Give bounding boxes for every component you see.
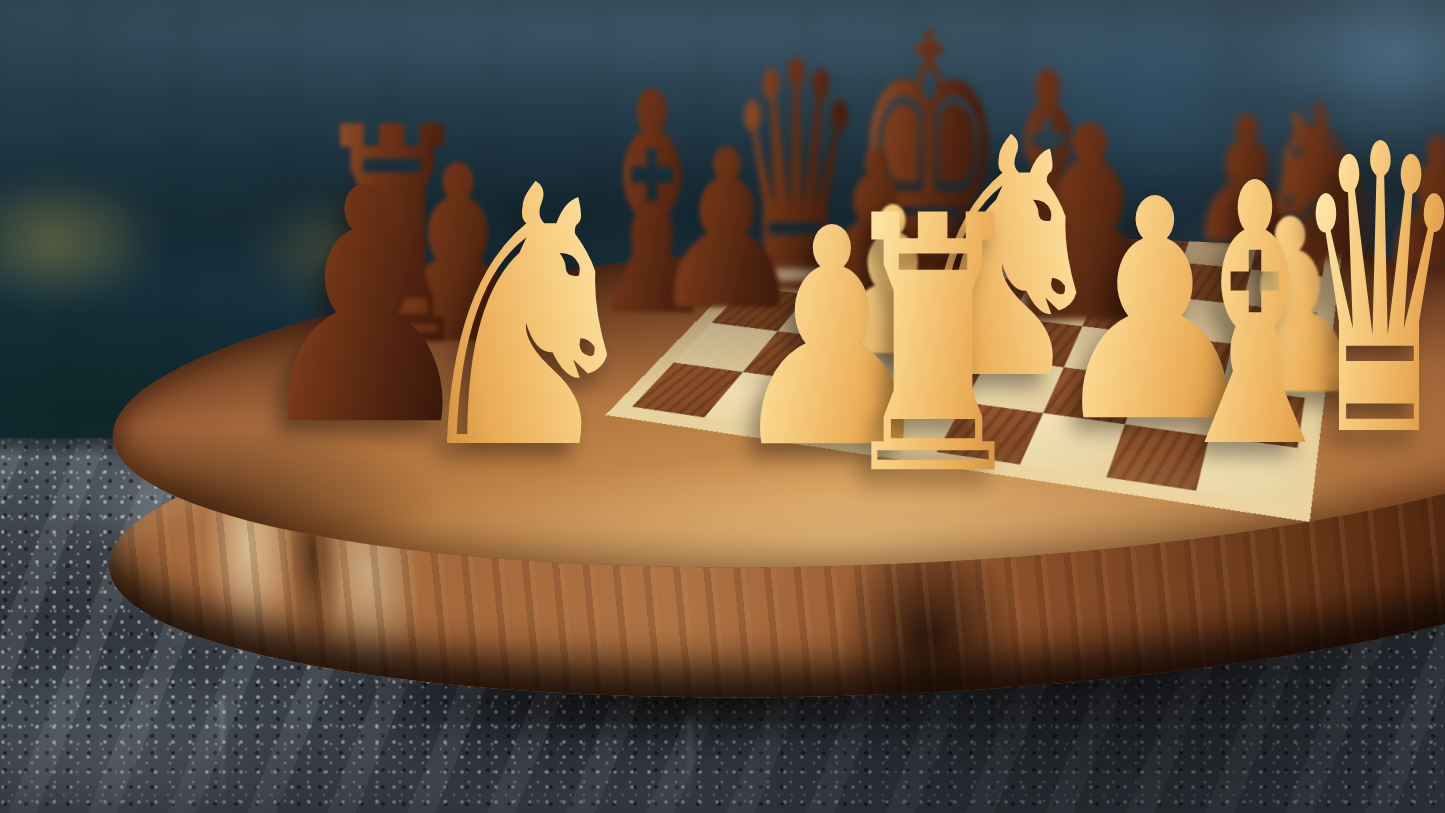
- white-queen-h3: ♛: [1202, 94, 1445, 491]
- white-knight-c4: ♞: [366, 140, 688, 499]
- white-rook-f4: ♜: [775, 170, 1091, 523]
- knight-glyph: ♞: [401, 140, 652, 499]
- rook-glyph: ♜: [835, 170, 1031, 523]
- queen-glyph: ♛: [1295, 94, 1445, 491]
- photo-scene: ♜♟♟♝♟♛♟♚♝♟♟♞♟♞♟♞♟♜♟♟♝♛: [0, 0, 1445, 813]
- pieces-layer: ♜♟♟♝♟♛♟♚♝♟♟♞♟♞♟♞♟♜♟♟♝♛: [0, 0, 1445, 813]
